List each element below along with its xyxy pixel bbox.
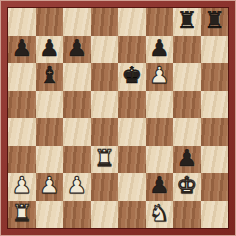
square-c1[interactable]: [63, 201, 91, 229]
square-b2[interactable]: ♟: [36, 173, 64, 201]
black-king-e6: ♚: [121, 63, 142, 90]
square-e6[interactable]: ♚: [118, 63, 146, 91]
square-g5[interactable]: [173, 91, 201, 119]
white-pawn-b2: ♟: [39, 173, 60, 200]
white-rook-a1: ♜: [11, 201, 32, 228]
square-d6[interactable]: [91, 63, 119, 91]
square-a4[interactable]: [8, 118, 36, 146]
square-d3[interactable]: ♜: [91, 146, 119, 174]
square-h5[interactable]: [201, 91, 229, 119]
square-e3[interactable]: [118, 146, 146, 174]
black-pawn-f2: ♟: [149, 173, 170, 200]
square-h1[interactable]: [201, 201, 229, 229]
white-pawn-c2: ♟: [66, 173, 87, 200]
square-h3[interactable]: [201, 146, 229, 174]
square-h6[interactable]: [201, 63, 229, 91]
square-c5[interactable]: [63, 91, 91, 119]
square-f5[interactable]: [146, 91, 174, 119]
board-frame: ♜♜♟♟♟♟♝♚♟♜♟♟♟♟♟♚♜♞: [0, 0, 236, 236]
square-h4[interactable]: [201, 118, 229, 146]
square-b6[interactable]: ♝: [36, 63, 64, 91]
square-e2[interactable]: [118, 173, 146, 201]
square-f1[interactable]: ♞: [146, 201, 174, 229]
square-d8[interactable]: [91, 8, 119, 36]
square-f4[interactable]: [146, 118, 174, 146]
black-pawn-b7: ♟: [39, 36, 60, 63]
black-pawn-c7: ♟: [66, 36, 87, 63]
square-b4[interactable]: [36, 118, 64, 146]
square-b5[interactable]: [36, 91, 64, 119]
square-a6[interactable]: [8, 63, 36, 91]
square-d5[interactable]: [91, 91, 119, 119]
square-c4[interactable]: [63, 118, 91, 146]
white-pawn-f6: ♟: [149, 63, 170, 90]
square-a3[interactable]: [8, 146, 36, 174]
black-pawn-f7: ♟: [149, 36, 170, 63]
square-b7[interactable]: ♟: [36, 36, 64, 64]
square-g1[interactable]: [173, 201, 201, 229]
square-c2[interactable]: ♟: [63, 173, 91, 201]
square-e4[interactable]: [118, 118, 146, 146]
square-h2[interactable]: [201, 173, 229, 201]
square-a7[interactable]: ♟: [8, 36, 36, 64]
square-e5[interactable]: [118, 91, 146, 119]
square-h8[interactable]: ♜: [201, 8, 229, 36]
square-f8[interactable]: [146, 8, 174, 36]
square-g2[interactable]: ♚: [173, 173, 201, 201]
black-rook-h8: ♜: [204, 8, 225, 35]
square-g4[interactable]: [173, 118, 201, 146]
square-f3[interactable]: [146, 146, 174, 174]
square-c8[interactable]: [63, 8, 91, 36]
black-rook-g8: ♜: [176, 8, 197, 35]
square-b3[interactable]: [36, 146, 64, 174]
square-g8[interactable]: ♜: [173, 8, 201, 36]
white-pawn-a2: ♟: [11, 173, 32, 200]
chess-board: ♜♜♟♟♟♟♝♚♟♜♟♟♟♟♟♚♜♞: [7, 7, 229, 229]
square-c6[interactable]: [63, 63, 91, 91]
square-h7[interactable]: [201, 36, 229, 64]
black-pawn-a7: ♟: [11, 36, 32, 63]
square-d1[interactable]: [91, 201, 119, 229]
square-f6[interactable]: ♟: [146, 63, 174, 91]
square-b8[interactable]: [36, 8, 64, 36]
white-knight-f1: ♞: [149, 201, 170, 228]
square-a8[interactable]: [8, 8, 36, 36]
square-d7[interactable]: [91, 36, 119, 64]
square-e7[interactable]: [118, 36, 146, 64]
square-g6[interactable]: [173, 63, 201, 91]
square-g3[interactable]: ♟: [173, 146, 201, 174]
square-f2[interactable]: ♟: [146, 173, 174, 201]
square-g7[interactable]: [173, 36, 201, 64]
black-pawn-g3: ♟: [176, 146, 197, 173]
square-a5[interactable]: [8, 91, 36, 119]
white-king-g2: ♚: [176, 173, 197, 200]
square-e1[interactable]: [118, 201, 146, 229]
square-b1[interactable]: [36, 201, 64, 229]
square-a1[interactable]: ♜: [8, 201, 36, 229]
square-d4[interactable]: [91, 118, 119, 146]
square-f7[interactable]: ♟: [146, 36, 174, 64]
square-c7[interactable]: ♟: [63, 36, 91, 64]
square-a2[interactable]: ♟: [8, 173, 36, 201]
square-c3[interactable]: [63, 146, 91, 174]
black-bishop-b6: ♝: [39, 63, 60, 90]
white-rook-d3: ♜: [94, 146, 115, 173]
square-e8[interactable]: [118, 8, 146, 36]
square-d2[interactable]: [91, 173, 119, 201]
